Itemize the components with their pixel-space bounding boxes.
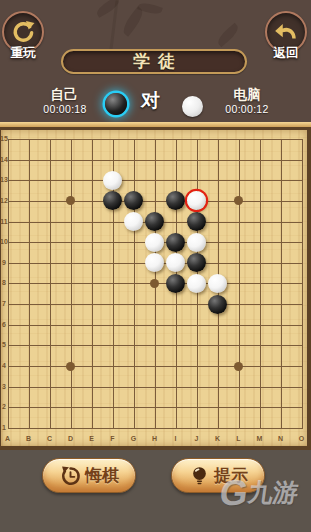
watermark-g: G bbox=[217, 472, 251, 513]
row-label: 2 bbox=[0, 403, 8, 411]
watermark-text: 九游 bbox=[246, 478, 300, 506]
bamboo-leaf-decoration bbox=[94, 0, 122, 18]
stone-white bbox=[187, 233, 206, 252]
row-label: 12 bbox=[0, 197, 8, 205]
row-label: 8 bbox=[0, 279, 8, 287]
row-label: 6 bbox=[0, 321, 8, 329]
stone-black bbox=[145, 212, 164, 231]
header: 重玩 返回 学徒 自己 00:00:18 对 电脑 00:00:12 bbox=[0, 0, 311, 122]
col-label: E bbox=[87, 435, 97, 443]
stone-white bbox=[124, 212, 143, 231]
row-label: 3 bbox=[0, 383, 8, 391]
row-label: 13 bbox=[0, 176, 8, 184]
col-label: D bbox=[66, 435, 76, 443]
stone-white bbox=[103, 171, 122, 190]
row-label: 15 bbox=[0, 135, 8, 143]
back-button-label[interactable]: 返回 bbox=[263, 45, 309, 62]
opponent-white-stone-indicator bbox=[182, 96, 203, 117]
row-label: 14 bbox=[0, 156, 8, 164]
col-label: I bbox=[171, 435, 181, 443]
self-black-stone-indicator-active bbox=[105, 93, 127, 115]
undo-button[interactable]: 悔棋 bbox=[42, 458, 136, 493]
col-label: O bbox=[297, 435, 307, 443]
difficulty-title: 学徒 bbox=[125, 50, 183, 73]
bamboo-leaf-decoration bbox=[215, 23, 241, 47]
stone-black bbox=[208, 295, 227, 314]
col-label: A bbox=[3, 435, 13, 443]
star-point bbox=[66, 362, 75, 371]
board-frame: 151413121110987654321ABCDEFGHIJKLMNO bbox=[0, 122, 311, 450]
row-label: 11 bbox=[0, 218, 8, 226]
undo-clock-icon bbox=[59, 464, 82, 487]
col-label: C bbox=[45, 435, 55, 443]
row-label: 10 bbox=[0, 238, 8, 246]
row-label: 9 bbox=[0, 259, 8, 267]
col-label: K bbox=[213, 435, 223, 443]
col-label: L bbox=[234, 435, 244, 443]
gomoku-app: 重玩 返回 学徒 自己 00:00:18 对 电脑 00:00:12 15141… bbox=[0, 0, 311, 532]
difficulty-banner: 学徒 bbox=[61, 49, 247, 74]
row-label: 4 bbox=[0, 362, 8, 370]
vs-label: 对 bbox=[138, 88, 163, 114]
col-label: B bbox=[24, 435, 34, 443]
row-label: 1 bbox=[0, 424, 8, 432]
watermark-logo: G九游 bbox=[217, 472, 301, 514]
stone-black bbox=[166, 233, 185, 252]
self-player-label: 自己 bbox=[32, 86, 96, 104]
col-label: H bbox=[150, 435, 160, 443]
col-label: J bbox=[192, 435, 202, 443]
back-icon bbox=[273, 19, 299, 45]
opponent-player-label: 电脑 bbox=[215, 86, 279, 104]
replay-icon bbox=[10, 19, 36, 45]
star-point bbox=[234, 362, 243, 371]
col-label: G bbox=[129, 435, 139, 443]
col-label: M bbox=[255, 435, 265, 443]
stone-white bbox=[145, 233, 164, 252]
footer: 悔棋 提示 G九游 bbox=[0, 450, 311, 532]
stone-black bbox=[187, 212, 206, 231]
opponent-timer: 00:00:12 bbox=[215, 103, 279, 115]
row-label: 7 bbox=[0, 300, 8, 308]
stone-white bbox=[208, 274, 227, 293]
stone-white bbox=[187, 274, 206, 293]
star-point bbox=[150, 279, 159, 288]
row-label: 5 bbox=[0, 341, 8, 349]
stone-black bbox=[166, 274, 185, 293]
col-label: F bbox=[108, 435, 118, 443]
self-timer: 00:00:18 bbox=[33, 103, 97, 115]
col-label: N bbox=[276, 435, 286, 443]
replay-button-label[interactable]: 重玩 bbox=[0, 45, 46, 62]
board-top-trim bbox=[0, 122, 311, 127]
hint-lightbulb-icon bbox=[188, 464, 211, 487]
undo-button-label: 悔棋 bbox=[85, 464, 119, 487]
